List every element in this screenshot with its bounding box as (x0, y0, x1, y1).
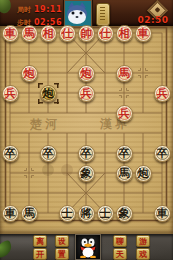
opponent-turn-timer: 02:50 (136, 15, 170, 25)
piece-black-r9c5[interactable]: 士 (97, 205, 114, 222)
piece-red-r2c6[interactable]: 馬 (116, 65, 133, 82)
rank-medal (96, 3, 110, 26)
game-time-value: 19:11 (34, 5, 62, 14)
button-char-tile: 戏 (136, 248, 150, 260)
button-char-tile: 游 (136, 235, 150, 247)
xiangqi-app: 局时19:11 步时02:56 02:50 (0, 0, 173, 260)
piece-black-r6c0[interactable]: 卒 (2, 145, 19, 162)
game-time-label: 局时 (17, 6, 31, 14)
game-button[interactable]: 游戏 (136, 235, 150, 260)
piece-black-r6c2[interactable]: 卒 (40, 145, 57, 162)
cat-avatar-icon (65, 1, 89, 24)
piece-black-r9c4[interactable]: 將 (78, 205, 95, 222)
piece-black-r9c1[interactable]: 馬 (21, 205, 38, 222)
piece-black-r7c7[interactable]: 炮 (135, 165, 152, 182)
leave-button[interactable]: 离开 (33, 235, 47, 260)
qq-logo-button[interactable] (75, 234, 101, 260)
piece-red-r3c0[interactable]: 兵 (2, 85, 19, 102)
player-avatar[interactable] (64, 0, 92, 27)
leaf-decoration-icon (0, 240, 14, 259)
piece-red-r0c4[interactable]: 帥 (78, 25, 95, 42)
piece-red-r0c7[interactable]: 車 (135, 25, 152, 42)
button-char-tile: 设 (55, 235, 69, 247)
piece-black-r6c6[interactable]: 卒 (116, 145, 133, 162)
piece-black-r9c3[interactable]: 士 (59, 205, 76, 222)
piece-red-r0c6[interactable]: 相 (116, 25, 133, 42)
bottom-toolbar: 离开 设置 聊天 游戏 (0, 234, 173, 260)
timer-panel: 局时19:11 步时02:56 (17, 2, 62, 28)
piece-black-r7c6[interactable]: 馬 (116, 165, 133, 182)
button-char-tile: 开 (33, 248, 47, 260)
piece-red-r0c0[interactable]: 車 (2, 25, 19, 42)
piece-red-r2c4[interactable]: 炮 (78, 65, 95, 82)
piece-red-r4c6[interactable]: 兵 (116, 105, 133, 122)
button-char-tile: 置 (55, 248, 69, 260)
piece-red-r3c4[interactable]: 兵 (78, 85, 95, 102)
piece-black-r6c4[interactable]: 卒 (78, 145, 95, 162)
piece-black-r9c0[interactable]: 車 (2, 205, 19, 222)
button-char-tile: 天 (113, 248, 127, 260)
piece-red-r2c1[interactable]: 炮 (21, 65, 38, 82)
leaf-decoration-icon (0, 0, 13, 15)
piece-black-r7c4[interactable]: 象 (78, 165, 95, 182)
top-bar: 局时19:11 步时02:56 02:50 (0, 0, 173, 26)
piece-black-r3c2[interactable]: 炮 (40, 85, 57, 102)
piece-red-r0c5[interactable]: 仕 (97, 25, 114, 42)
piece-red-r3c8[interactable]: 兵 (154, 85, 171, 102)
piece-black-r9c6[interactable]: 象 (116, 205, 133, 222)
piece-red-r0c1[interactable]: 馬 (21, 25, 38, 42)
chat-button[interactable]: 聊天 (113, 235, 127, 260)
piece-red-r0c2[interactable]: 相 (40, 25, 57, 42)
piece-black-r9c8[interactable]: 車 (154, 205, 171, 222)
settings-button[interactable]: 设置 (55, 235, 69, 260)
xiangqi-board[interactable]: 楚河 漢界 車馬相仕帥仕相車炮炮馬兵兵兵兵炮卒卒卒卒卒象馬炮車馬士將士象車 (0, 26, 173, 234)
button-char-tile: 聊 (113, 235, 127, 247)
button-char-tile: 离 (33, 235, 47, 247)
piece-layer[interactable]: 車馬相仕帥仕相車炮炮馬兵兵兵兵炮卒卒卒卒卒象馬炮車馬士將士象車 (0, 26, 173, 234)
piece-black-r6c8[interactable]: 卒 (154, 145, 171, 162)
piece-red-r0c3[interactable]: 仕 (59, 25, 76, 42)
qq-penguin-icon (78, 236, 98, 258)
